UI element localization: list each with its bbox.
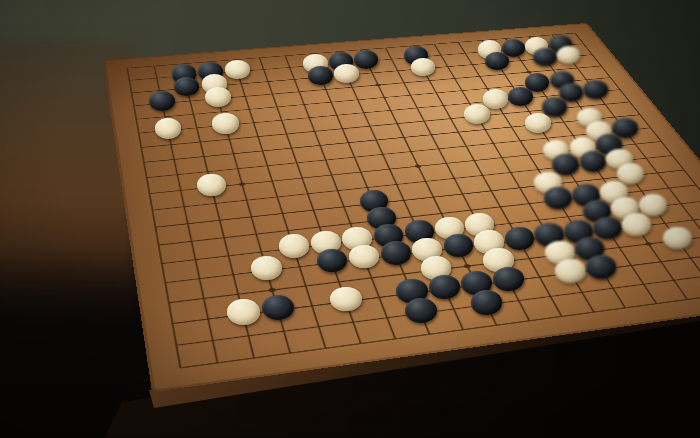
scene-focus-layer xyxy=(0,0,700,438)
go-board xyxy=(103,23,700,392)
go-photo-screenshot xyxy=(0,0,700,438)
board-surface-shading xyxy=(103,23,700,392)
